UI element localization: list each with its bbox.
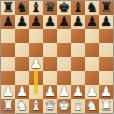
- square-c3[interactable]: [29, 71, 43, 85]
- square-h1[interactable]: ♜: [99, 99, 113, 113]
- piece-black-pawn-h7[interactable]: ♟: [99, 15, 113, 29]
- chess-board-frame: ♜♞♝♛♚♝♞♜♟♟♟♟♟♟♟♟♟♟♟♟♟♟♟♟♜♞♝♛♚♝♞♜: [0, 0, 114, 114]
- piece-black-pawn-g7[interactable]: ♟: [85, 15, 99, 29]
- piece-white-queen-d1[interactable]: ♛: [43, 99, 57, 113]
- square-a1[interactable]: ♜: [1, 99, 15, 113]
- square-a7[interactable]: ♟: [1, 15, 15, 29]
- square-d4[interactable]: [43, 57, 57, 71]
- square-h6[interactable]: [99, 29, 113, 43]
- square-f5[interactable]: [71, 43, 85, 57]
- square-c4[interactable]: ♟: [29, 57, 43, 71]
- square-b7[interactable]: ♟: [15, 15, 29, 29]
- square-g1[interactable]: ♞: [85, 99, 99, 113]
- square-b6[interactable]: [15, 29, 29, 43]
- square-a5[interactable]: [1, 43, 15, 57]
- square-e5[interactable]: [57, 43, 71, 57]
- piece-white-rook-a1[interactable]: ♜: [1, 99, 15, 113]
- square-e7[interactable]: ♟: [57, 15, 71, 29]
- square-g6[interactable]: [85, 29, 99, 43]
- square-f4[interactable]: [71, 57, 85, 71]
- chess-board: ♜♞♝♛♚♝♞♜♟♟♟♟♟♟♟♟♟♟♟♟♟♟♟♟♜♞♝♛♚♝♞♜: [1, 1, 113, 113]
- square-d7[interactable]: ♟: [43, 15, 57, 29]
- square-f6[interactable]: [71, 29, 85, 43]
- square-a4[interactable]: [1, 57, 15, 71]
- square-f7[interactable]: ♟: [71, 15, 85, 29]
- square-h7[interactable]: ♟: [99, 15, 113, 29]
- piece-white-rook-h1[interactable]: ♜: [99, 99, 113, 113]
- piece-black-pawn-e7[interactable]: ♟: [57, 15, 71, 29]
- square-f1[interactable]: ♝: [71, 99, 85, 113]
- square-e4[interactable]: [57, 57, 71, 71]
- piece-black-pawn-c7[interactable]: ♟: [29, 15, 43, 29]
- square-b4[interactable]: [15, 57, 29, 71]
- piece-white-pawn-c4[interactable]: ♟: [29, 57, 43, 71]
- square-d6[interactable]: [43, 29, 57, 43]
- square-g7[interactable]: ♟: [85, 15, 99, 29]
- square-d5[interactable]: [43, 43, 57, 57]
- square-c7[interactable]: ♟: [29, 15, 43, 29]
- square-h4[interactable]: [99, 57, 113, 71]
- piece-white-knight-b1[interactable]: ♞: [15, 99, 29, 113]
- square-e1[interactable]: ♚: [57, 99, 71, 113]
- square-c1[interactable]: ♝: [29, 99, 43, 113]
- piece-white-bishop-f1[interactable]: ♝: [71, 99, 85, 113]
- piece-black-pawn-f7[interactable]: ♟: [71, 15, 85, 29]
- piece-white-bishop-c1[interactable]: ♝: [29, 99, 43, 113]
- square-g5[interactable]: [85, 43, 99, 57]
- square-e6[interactable]: [57, 29, 71, 43]
- piece-black-pawn-a7[interactable]: ♟: [1, 15, 15, 29]
- square-d1[interactable]: ♛: [43, 99, 57, 113]
- square-b1[interactable]: ♞: [15, 99, 29, 113]
- piece-black-pawn-b7[interactable]: ♟: [15, 15, 29, 29]
- piece-black-pawn-d7[interactable]: ♟: [43, 15, 57, 29]
- square-h5[interactable]: [99, 43, 113, 57]
- piece-white-knight-g1[interactable]: ♞: [85, 99, 99, 113]
- square-c6[interactable]: [29, 29, 43, 43]
- square-a6[interactable]: [1, 29, 15, 43]
- piece-white-king-e1[interactable]: ♚: [57, 99, 71, 113]
- square-g4[interactable]: [85, 57, 99, 71]
- square-b5[interactable]: [15, 43, 29, 57]
